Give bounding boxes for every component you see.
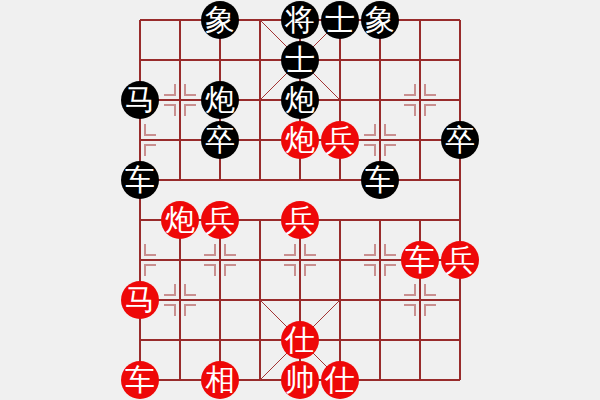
- board-point-2-8[interactable]: [160, 280, 200, 320]
- board-point-6-10[interactable]: 仕: [320, 360, 360, 400]
- piece-black-elephant[interactable]: 象: [361, 1, 399, 39]
- board-point-5-3[interactable]: 炮: [280, 80, 320, 120]
- board-point-3-5[interactable]: [200, 160, 240, 200]
- board-point-6-8[interactable]: [320, 280, 360, 320]
- board-grid: 象将士象士马炮炮卒炮兵卒车车炮兵兵车兵马仕车相帅仕: [120, 0, 480, 400]
- board-point-3-1[interactable]: 象: [200, 0, 240, 40]
- board-point-3-4[interactable]: 卒: [200, 120, 240, 160]
- piece-red-pawn[interactable]: 兵: [441, 241, 479, 279]
- piece-black-chariot[interactable]: 车: [121, 161, 159, 199]
- board-point-6-5[interactable]: [320, 160, 360, 200]
- piece-red-chariot[interactable]: 车: [121, 361, 159, 399]
- piece-black-elephant[interactable]: 象: [201, 1, 239, 39]
- piece-black-cannon[interactable]: 炮: [281, 81, 319, 119]
- board-point-9-4[interactable]: 卒: [440, 120, 480, 160]
- board-point-2-10[interactable]: [160, 360, 200, 400]
- board-point-8-8[interactable]: [400, 280, 440, 320]
- board-point-2-6[interactable]: 炮: [160, 200, 200, 240]
- board-point-7-8[interactable]: [360, 280, 400, 320]
- board-point-1-8[interactable]: 马: [120, 280, 160, 320]
- piece-black-king[interactable]: 将: [281, 1, 319, 39]
- board-point-5-8[interactable]: [280, 280, 320, 320]
- page: 象将士象士马炮炮卒炮兵卒车车炮兵兵车兵马仕车相帅仕: [0, 0, 600, 400]
- board-point-6-4[interactable]: 兵: [320, 120, 360, 160]
- board-point-3-8[interactable]: [200, 280, 240, 320]
- board-point-9-7[interactable]: 兵: [440, 240, 480, 280]
- board-point-4-8[interactable]: [240, 280, 280, 320]
- board-point-9-2[interactable]: [440, 40, 480, 80]
- piece-black-advisor[interactable]: 士: [281, 41, 319, 79]
- piece-black-pawn[interactable]: 卒: [441, 121, 479, 159]
- board-point-2-2[interactable]: [160, 40, 200, 80]
- board-point-4-7[interactable]: [240, 240, 280, 280]
- board-point-3-6[interactable]: 兵: [200, 200, 240, 240]
- board-point-8-1[interactable]: [400, 0, 440, 40]
- board-point-9-6[interactable]: [440, 200, 480, 240]
- piece-red-chariot[interactable]: 车: [401, 241, 439, 279]
- piece-red-advisor[interactable]: 仕: [321, 361, 359, 399]
- piece-black-cannon[interactable]: 炮: [201, 81, 239, 119]
- piece-red-pawn[interactable]: 兵: [321, 121, 359, 159]
- board-point-4-1[interactable]: [240, 0, 280, 40]
- board-point-7-2[interactable]: [360, 40, 400, 80]
- board-point-3-10[interactable]: 相: [200, 360, 240, 400]
- board-point-7-6[interactable]: [360, 200, 400, 240]
- board-point-1-4[interactable]: [120, 120, 160, 160]
- board-point-9-3[interactable]: [440, 80, 480, 120]
- board-point-7-3[interactable]: [360, 80, 400, 120]
- piece-red-advisor[interactable]: 仕: [281, 321, 319, 359]
- board-point-8-10[interactable]: [400, 360, 440, 400]
- board-point-9-1[interactable]: [440, 0, 480, 40]
- board-point-6-3[interactable]: [320, 80, 360, 120]
- board-point-1-5[interactable]: 车: [120, 160, 160, 200]
- piece-black-pawn[interactable]: 卒: [201, 121, 239, 159]
- board-point-4-10[interactable]: [240, 360, 280, 400]
- board-point-2-7[interactable]: [160, 240, 200, 280]
- board-point-6-2[interactable]: [320, 40, 360, 80]
- board-point-8-9[interactable]: [400, 320, 440, 360]
- board-point-1-3[interactable]: 马: [120, 80, 160, 120]
- board-point-8-6[interactable]: [400, 200, 440, 240]
- board-point-8-3[interactable]: [400, 80, 440, 120]
- board-point-9-10[interactable]: [440, 360, 480, 400]
- board-point-4-5[interactable]: [240, 160, 280, 200]
- board-point-5-7[interactable]: [280, 240, 320, 280]
- board-point-8-2[interactable]: [400, 40, 440, 80]
- board-point-5-10[interactable]: 帅: [280, 360, 320, 400]
- board-point-1-9[interactable]: [120, 320, 160, 360]
- board-point-4-9[interactable]: [240, 320, 280, 360]
- board-point-5-2[interactable]: 士: [280, 40, 320, 80]
- board-point-7-7[interactable]: [360, 240, 400, 280]
- board-point-3-7[interactable]: [200, 240, 240, 280]
- board-point-4-3[interactable]: [240, 80, 280, 120]
- piece-red-cannon[interactable]: 炮: [161, 201, 199, 239]
- board-point-8-4[interactable]: [400, 120, 440, 160]
- piece-red-pawn[interactable]: 兵: [201, 201, 239, 239]
- board-point-9-5[interactable]: [440, 160, 480, 200]
- board-point-5-6[interactable]: 兵: [280, 200, 320, 240]
- board-point-4-4[interactable]: [240, 120, 280, 160]
- board-point-7-5[interactable]: 车: [360, 160, 400, 200]
- board-point-7-10[interactable]: [360, 360, 400, 400]
- board-point-9-8[interactable]: [440, 280, 480, 320]
- board-point-2-1[interactable]: [160, 0, 200, 40]
- board-point-2-3[interactable]: [160, 80, 200, 120]
- board-point-6-7[interactable]: [320, 240, 360, 280]
- board-point-3-3[interactable]: 炮: [200, 80, 240, 120]
- board-point-5-1[interactable]: 将: [280, 0, 320, 40]
- piece-red-pawn[interactable]: 兵: [281, 201, 319, 239]
- board-point-2-4[interactable]: [160, 120, 200, 160]
- board-point-3-9[interactable]: [200, 320, 240, 360]
- board-point-1-10[interactable]: 车: [120, 360, 160, 400]
- piece-black-horse[interactable]: 马: [121, 81, 159, 119]
- piece-black-advisor[interactable]: 士: [321, 1, 359, 39]
- board-point-1-2[interactable]: [120, 40, 160, 80]
- board-point-1-6[interactable]: [120, 200, 160, 240]
- board-point-6-6[interactable]: [320, 200, 360, 240]
- piece-black-chariot[interactable]: 车: [361, 161, 399, 199]
- board-point-2-9[interactable]: [160, 320, 200, 360]
- board-point-5-5[interactable]: [280, 160, 320, 200]
- board-point-7-1[interactable]: 象: [360, 0, 400, 40]
- board-point-4-2[interactable]: [240, 40, 280, 80]
- board-point-5-4[interactable]: 炮: [280, 120, 320, 160]
- xiangqi-board: 象将士象士马炮炮卒炮兵卒车车炮兵兵车兵马仕车相帅仕: [120, 0, 480, 400]
- board-point-3-2[interactable]: [200, 40, 240, 80]
- board-point-1-7[interactable]: [120, 240, 160, 280]
- piece-red-elephant[interactable]: 相: [201, 361, 239, 399]
- board-point-8-5[interactable]: [400, 160, 440, 200]
- board-point-5-9[interactable]: 仕: [280, 320, 320, 360]
- board-point-7-4[interactable]: [360, 120, 400, 160]
- piece-red-cannon[interactable]: 炮: [281, 121, 319, 159]
- board-point-4-6[interactable]: [240, 200, 280, 240]
- piece-red-horse[interactable]: 马: [121, 281, 159, 319]
- piece-red-king[interactable]: 帅: [281, 361, 319, 399]
- board-point-7-9[interactable]: [360, 320, 400, 360]
- board-point-2-5[interactable]: [160, 160, 200, 200]
- board-point-9-9[interactable]: [440, 320, 480, 360]
- board-point-1-1[interactable]: [120, 0, 160, 40]
- board-point-8-7[interactable]: 车: [400, 240, 440, 280]
- board-point-6-9[interactable]: [320, 320, 360, 360]
- board-point-6-1[interactable]: 士: [320, 0, 360, 40]
